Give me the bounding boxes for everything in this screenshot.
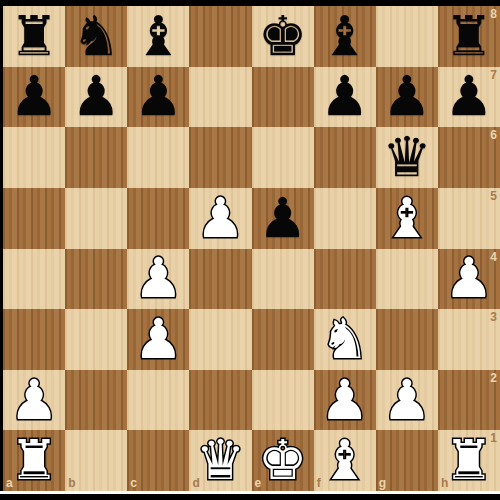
square-h7[interactable]: 7♟ [438, 67, 500, 128]
square-c2[interactable] [127, 370, 189, 431]
square-h2[interactable]: 2 [438, 370, 500, 431]
square-h6[interactable]: 6 [438, 127, 500, 188]
square-a8[interactable]: ♜ [3, 6, 65, 67]
white-bishop[interactable]: ♝ [382, 191, 431, 246]
square-h4[interactable]: 4♟ [438, 249, 500, 310]
square-b1[interactable]: b [65, 430, 127, 491]
square-d3[interactable] [189, 309, 251, 370]
square-f6[interactable] [314, 127, 376, 188]
square-c6[interactable] [127, 127, 189, 188]
white-rook[interactable]: ♜ [9, 433, 58, 488]
square-d6[interactable] [189, 127, 251, 188]
square-f8[interactable]: ♝ [314, 6, 376, 67]
square-a5[interactable] [3, 188, 65, 249]
square-c1[interactable]: c [127, 430, 189, 491]
black-king[interactable]: ♚ [258, 9, 307, 64]
square-h1[interactable]: 1h♜ [438, 430, 500, 491]
square-e3[interactable] [252, 309, 314, 370]
white-pawn[interactable]: ♟ [134, 251, 183, 306]
board-bottom-edge [0, 491, 500, 494]
rank-label-5: 5 [490, 190, 497, 202]
white-knight[interactable]: ♞ [320, 312, 369, 367]
square-d8[interactable] [189, 6, 251, 67]
square-c4[interactable]: ♟ [127, 249, 189, 310]
square-d7[interactable] [189, 67, 251, 128]
white-pawn[interactable]: ♟ [320, 373, 369, 428]
rank-label-2: 2 [490, 372, 497, 384]
file-label-c: c [130, 477, 137, 489]
file-label-g: g [379, 477, 386, 489]
square-f4[interactable] [314, 249, 376, 310]
square-e1[interactable]: e♚ [252, 430, 314, 491]
square-g3[interactable] [376, 309, 438, 370]
square-b4[interactable] [65, 249, 127, 310]
square-d5[interactable]: ♟ [189, 188, 251, 249]
square-f5[interactable] [314, 188, 376, 249]
square-g8[interactable] [376, 6, 438, 67]
black-bishop[interactable]: ♝ [320, 9, 369, 64]
chess-app-screen: ♜♞♝♚♝8♜♟♟♟♟♟7♟♛6♟♟♝5♟4♟♟♞3♟♟♟2a♜bcd♛e♚f♝… [0, 0, 500, 500]
square-a1[interactable]: a♜ [3, 430, 65, 491]
square-b6[interactable] [65, 127, 127, 188]
rank-label-6: 6 [490, 129, 497, 141]
square-a4[interactable] [3, 249, 65, 310]
black-pawn[interactable]: ♟ [134, 69, 183, 124]
black-queen[interactable]: ♛ [382, 130, 431, 185]
square-a2[interactable]: ♟ [3, 370, 65, 431]
square-f2[interactable]: ♟ [314, 370, 376, 431]
black-pawn[interactable]: ♟ [320, 69, 369, 124]
square-e2[interactable] [252, 370, 314, 431]
white-pawn[interactable]: ♟ [196, 191, 245, 246]
black-pawn[interactable]: ♟ [72, 69, 121, 124]
square-g5[interactable]: ♝ [376, 188, 438, 249]
black-pawn[interactable]: ♟ [9, 69, 58, 124]
square-f1[interactable]: f♝ [314, 430, 376, 491]
chess-board: ♜♞♝♚♝8♜♟♟♟♟♟7♟♛6♟♟♝5♟4♟♟♞3♟♟♟2a♜bcd♛e♚f♝… [3, 6, 500, 491]
square-a3[interactable] [3, 309, 65, 370]
rank-label-3: 3 [490, 311, 497, 323]
black-knight[interactable]: ♞ [72, 9, 121, 64]
square-e5[interactable]: ♟ [252, 188, 314, 249]
square-h5[interactable]: 5 [438, 188, 500, 249]
white-pawn[interactable]: ♟ [134, 312, 183, 367]
file-label-b: b [68, 477, 75, 489]
square-c3[interactable]: ♟ [127, 309, 189, 370]
square-h3[interactable]: 3 [438, 309, 500, 370]
square-c8[interactable]: ♝ [127, 6, 189, 67]
square-f7[interactable]: ♟ [314, 67, 376, 128]
square-f3[interactable]: ♞ [314, 309, 376, 370]
square-e8[interactable]: ♚ [252, 6, 314, 67]
square-b2[interactable] [65, 370, 127, 431]
square-g6[interactable]: ♛ [376, 127, 438, 188]
square-a6[interactable] [3, 127, 65, 188]
black-rook[interactable]: ♜ [9, 9, 58, 64]
white-rook[interactable]: ♜ [444, 433, 493, 488]
black-bishop[interactable]: ♝ [134, 9, 183, 64]
square-g4[interactable] [376, 249, 438, 310]
square-e7[interactable] [252, 67, 314, 128]
black-pawn[interactable]: ♟ [382, 69, 431, 124]
square-d1[interactable]: d♛ [189, 430, 251, 491]
white-pawn[interactable]: ♟ [9, 373, 58, 428]
square-d2[interactable] [189, 370, 251, 431]
black-rook[interactable]: ♜ [444, 9, 493, 64]
white-king[interactable]: ♚ [258, 433, 307, 488]
square-d4[interactable] [189, 249, 251, 310]
square-e6[interactable] [252, 127, 314, 188]
square-b5[interactable] [65, 188, 127, 249]
square-c7[interactable]: ♟ [127, 67, 189, 128]
square-g1[interactable]: g [376, 430, 438, 491]
square-a7[interactable]: ♟ [3, 67, 65, 128]
square-e4[interactable] [252, 249, 314, 310]
black-pawn[interactable]: ♟ [444, 69, 493, 124]
square-b3[interactable] [65, 309, 127, 370]
white-pawn[interactable]: ♟ [444, 251, 493, 306]
square-g2[interactable]: ♟ [376, 370, 438, 431]
square-g7[interactable]: ♟ [376, 67, 438, 128]
white-queen[interactable]: ♛ [196, 433, 245, 488]
square-c5[interactable] [127, 188, 189, 249]
square-b7[interactable]: ♟ [65, 67, 127, 128]
black-pawn[interactable]: ♟ [258, 191, 307, 246]
white-bishop[interactable]: ♝ [320, 433, 369, 488]
square-b8[interactable]: ♞ [65, 6, 127, 67]
square-h8[interactable]: 8♜ [438, 6, 500, 67]
white-pawn[interactable]: ♟ [382, 373, 431, 428]
